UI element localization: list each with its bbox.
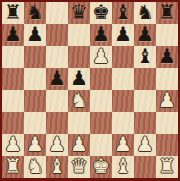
square-f6[interactable]	[112, 46, 134, 68]
square-g1[interactable]	[134, 156, 156, 178]
square-a4[interactable]	[2, 90, 24, 112]
white-rook[interactable]: ♜	[158, 155, 176, 177]
white-pawn[interactable]: ♟	[136, 133, 154, 155]
square-f2[interactable]: ♟	[112, 134, 134, 156]
white-pawn[interactable]: ♟	[48, 133, 66, 155]
square-h2[interactable]	[156, 134, 178, 156]
square-b6[interactable]	[24, 46, 46, 68]
white-knight[interactable]: ♞	[70, 89, 88, 111]
square-h8[interactable]: ♜	[156, 2, 178, 24]
square-e2[interactable]	[90, 134, 112, 156]
white-pawn[interactable]: ♟	[158, 89, 176, 111]
square-b5[interactable]	[24, 68, 46, 90]
square-d5[interactable]: ♟	[68, 68, 90, 90]
black-rook[interactable]: ♜	[4, 1, 22, 23]
white-pawn[interactable]: ♟	[26, 133, 44, 155]
white-bishop[interactable]: ♝	[114, 155, 132, 177]
square-e5[interactable]	[90, 68, 112, 90]
black-bishop[interactable]: ♝	[136, 45, 154, 67]
square-a8[interactable]: ♜	[2, 2, 24, 24]
square-g2[interactable]: ♟	[134, 134, 156, 156]
square-d4[interactable]: ♞	[68, 90, 90, 112]
square-e1[interactable]: ♚	[90, 156, 112, 178]
black-pawn[interactable]: ♟	[26, 23, 44, 45]
square-d3[interactable]	[68, 112, 90, 134]
square-b7[interactable]: ♟	[24, 24, 46, 46]
square-c8[interactable]	[46, 2, 68, 24]
square-d8[interactable]: ♛	[68, 2, 90, 24]
black-pawn[interactable]: ♟	[158, 45, 176, 67]
square-e6[interactable]: ♟	[90, 46, 112, 68]
square-b1[interactable]: ♞	[24, 156, 46, 178]
square-f4[interactable]	[112, 90, 134, 112]
square-c3[interactable]	[46, 112, 68, 134]
square-c1[interactable]: ♝	[46, 156, 68, 178]
white-rook[interactable]: ♜	[4, 155, 22, 177]
white-queen[interactable]: ♛	[70, 155, 88, 177]
black-king[interactable]: ♚	[92, 1, 110, 23]
square-h5[interactable]	[156, 68, 178, 90]
square-b3[interactable]	[24, 112, 46, 134]
square-h6[interactable]: ♟	[156, 46, 178, 68]
white-pawn[interactable]: ♟	[92, 45, 110, 67]
square-a3[interactable]	[2, 112, 24, 134]
square-f1[interactable]: ♝	[112, 156, 134, 178]
square-h7[interactable]	[156, 24, 178, 46]
square-a1[interactable]: ♜	[2, 156, 24, 178]
square-a7[interactable]: ♟	[2, 24, 24, 46]
square-e7[interactable]: ♟	[90, 24, 112, 46]
white-pawn[interactable]: ♟	[4, 133, 22, 155]
square-d2[interactable]: ♟	[68, 134, 90, 156]
square-c5[interactable]: ♟	[46, 68, 68, 90]
white-bishop[interactable]: ♝	[48, 155, 66, 177]
white-pawn[interactable]: ♟	[114, 133, 132, 155]
square-h1[interactable]: ♜	[156, 156, 178, 178]
black-rook[interactable]: ♜	[158, 1, 176, 23]
square-d1[interactable]: ♛	[68, 156, 90, 178]
square-g4[interactable]	[134, 90, 156, 112]
square-d7[interactable]	[68, 24, 90, 46]
square-e3[interactable]	[90, 112, 112, 134]
black-knight[interactable]: ♞	[136, 1, 154, 23]
white-knight[interactable]: ♞	[26, 155, 44, 177]
square-b4[interactable]	[24, 90, 46, 112]
square-d6[interactable]	[68, 46, 90, 68]
black-queen[interactable]: ♛	[70, 1, 88, 23]
square-h3[interactable]	[156, 112, 178, 134]
square-c4[interactable]	[46, 90, 68, 112]
square-f5[interactable]	[112, 68, 134, 90]
square-e4[interactable]	[90, 90, 112, 112]
black-pawn[interactable]: ♟	[92, 23, 110, 45]
square-f8[interactable]: ♝	[112, 2, 134, 24]
square-a6[interactable]	[2, 46, 24, 68]
black-pawn[interactable]: ♟	[70, 67, 88, 89]
black-pawn[interactable]: ♟	[114, 23, 132, 45]
square-g5[interactable]	[134, 68, 156, 90]
black-bishop[interactable]: ♝	[114, 1, 132, 23]
square-g6[interactable]: ♝	[134, 46, 156, 68]
square-c2[interactable]: ♟	[46, 134, 68, 156]
square-e8[interactable]: ♚	[90, 2, 112, 24]
square-a5[interactable]	[2, 68, 24, 90]
black-knight[interactable]: ♞	[26, 1, 44, 23]
square-g7[interactable]: ♟	[134, 24, 156, 46]
square-h4[interactable]: ♟	[156, 90, 178, 112]
square-a2[interactable]: ♟	[2, 134, 24, 156]
square-b8[interactable]: ♞	[24, 2, 46, 24]
black-pawn[interactable]: ♟	[48, 67, 66, 89]
square-g8[interactable]: ♞	[134, 2, 156, 24]
square-b2[interactable]: ♟	[24, 134, 46, 156]
square-c7[interactable]	[46, 24, 68, 46]
black-pawn[interactable]: ♟	[4, 23, 22, 45]
board-border: ♜♞♛♚♝♞♜♟♟♟♟♟♟♝♟♟♟♞♟♟♟♟♟♟♟♜♞♝♛♚♝♜	[0, 0, 180, 181]
square-g3[interactable]	[134, 112, 156, 134]
white-king[interactable]: ♚	[92, 155, 110, 177]
square-f3[interactable]	[112, 112, 134, 134]
black-pawn[interactable]: ♟	[136, 23, 154, 45]
square-c6[interactable]	[46, 46, 68, 68]
square-f7[interactable]: ♟	[112, 24, 134, 46]
chess-board: ♜♞♛♚♝♞♜♟♟♟♟♟♟♝♟♟♟♞♟♟♟♟♟♟♟♜♞♝♛♚♝♜	[2, 2, 178, 178]
white-pawn[interactable]: ♟	[70, 133, 88, 155]
